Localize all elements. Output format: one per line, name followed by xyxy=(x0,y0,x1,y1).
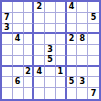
sudoku-cell-r5c5[interactable]: 3 xyxy=(45,45,56,56)
sudoku-cell-r9c1[interactable] xyxy=(2,88,13,99)
sudoku-cell-r6c4[interactable] xyxy=(34,56,45,67)
sudoku-cell-r7c3[interactable]: 2 xyxy=(24,67,35,78)
sudoku-cell-r4c8[interactable]: 8 xyxy=(77,34,88,45)
sudoku-cell-r9c7[interactable] xyxy=(67,88,78,99)
sudoku-cell-r4c7[interactable]: 2 xyxy=(67,34,78,45)
sudoku-cell-r4c5[interactable] xyxy=(45,34,56,45)
sudoku-cell-r6c2[interactable] xyxy=(13,56,24,67)
sudoku-cell-r9c6[interactable] xyxy=(56,88,67,99)
sudoku-cell-r8c1[interactable] xyxy=(2,77,13,88)
sudoku-cell-r8c3[interactable] xyxy=(24,77,35,88)
sudoku-cell-r7c5[interactable] xyxy=(45,67,56,78)
sudoku-cell-r3c3[interactable] xyxy=(24,24,35,35)
sudoku-cell-r4c2[interactable]: 4 xyxy=(13,34,24,45)
sudoku-cell-r6c9[interactable] xyxy=(88,56,99,67)
sudoku-cell-r2c2[interactable] xyxy=(13,13,24,24)
sudoku-cell-r8c2[interactable]: 6 xyxy=(13,77,24,88)
sudoku-cell-r3c6[interactable] xyxy=(56,24,67,35)
sudoku-board: 24753428352416537 xyxy=(0,0,101,101)
sudoku-cell-r6c3[interactable] xyxy=(24,56,35,67)
sudoku-cell-r7c9[interactable] xyxy=(88,67,99,78)
sudoku-cell-r1c9[interactable] xyxy=(88,2,99,13)
sudoku-cell-r4c9[interactable] xyxy=(88,34,99,45)
sudoku-cell-r1c8[interactable] xyxy=(77,2,88,13)
sudoku-cell-r7c8[interactable] xyxy=(77,67,88,78)
sudoku-cell-r4c6[interactable] xyxy=(56,34,67,45)
sudoku-cell-r3c7[interactable] xyxy=(67,24,78,35)
sudoku-cell-r9c5[interactable] xyxy=(45,88,56,99)
sudoku-cell-r2c5[interactable] xyxy=(45,13,56,24)
sudoku-cell-r5c4[interactable] xyxy=(34,45,45,56)
sudoku-cell-r5c8[interactable] xyxy=(77,45,88,56)
sudoku-cell-r6c6[interactable] xyxy=(56,56,67,67)
sudoku-cell-r2c9[interactable]: 5 xyxy=(88,13,99,24)
sudoku-cell-r6c8[interactable] xyxy=(77,56,88,67)
sudoku-cell-r3c2[interactable] xyxy=(13,24,24,35)
sudoku-cell-r1c2[interactable] xyxy=(13,2,24,13)
sudoku-cell-r3c8[interactable] xyxy=(77,24,88,35)
sudoku-cell-r7c4[interactable]: 4 xyxy=(34,67,45,78)
sudoku-cell-r8c6[interactable] xyxy=(56,77,67,88)
sudoku-cell-r6c7[interactable] xyxy=(67,56,78,67)
sudoku-cell-r8c4[interactable] xyxy=(34,77,45,88)
sudoku-cell-r5c7[interactable] xyxy=(67,45,78,56)
sudoku-cell-r3c5[interactable] xyxy=(45,24,56,35)
sudoku-cell-r2c1[interactable]: 7 xyxy=(2,13,13,24)
sudoku-cell-r7c6[interactable]: 1 xyxy=(56,67,67,78)
sudoku-cell-r4c4[interactable] xyxy=(34,34,45,45)
sudoku-cell-r1c7[interactable]: 4 xyxy=(67,2,78,13)
sudoku-cell-r8c8[interactable]: 3 xyxy=(77,77,88,88)
sudoku-cell-r2c3[interactable] xyxy=(24,13,35,24)
sudoku-cell-r5c3[interactable] xyxy=(24,45,35,56)
sudoku-cell-r1c6[interactable] xyxy=(56,2,67,13)
sudoku-cell-r2c7[interactable] xyxy=(67,13,78,24)
sudoku-cell-r1c5[interactable] xyxy=(45,2,56,13)
sudoku-cell-r5c9[interactable] xyxy=(88,45,99,56)
sudoku-cell-r5c1[interactable] xyxy=(2,45,13,56)
sudoku-cell-r5c2[interactable] xyxy=(13,45,24,56)
sudoku-cell-r7c7[interactable] xyxy=(67,67,78,78)
sudoku-cell-r4c3[interactable] xyxy=(24,34,35,45)
sudoku-cell-r9c9[interactable]: 7 xyxy=(88,88,99,99)
sudoku-cell-r3c4[interactable] xyxy=(34,24,45,35)
sudoku-cell-r2c6[interactable] xyxy=(56,13,67,24)
sudoku-cell-r9c3[interactable] xyxy=(24,88,35,99)
sudoku-cell-r9c2[interactable] xyxy=(13,88,24,99)
sudoku-cell-r2c8[interactable] xyxy=(77,13,88,24)
sudoku-cell-r3c1[interactable]: 3 xyxy=(2,24,13,35)
sudoku-cell-r4c1[interactable] xyxy=(2,34,13,45)
sudoku-cell-r8c5[interactable] xyxy=(45,77,56,88)
sudoku-cell-r7c2[interactable] xyxy=(13,67,24,78)
sudoku-cell-r8c9[interactable] xyxy=(88,77,99,88)
sudoku-cell-r7c1[interactable] xyxy=(2,67,13,78)
sudoku-cell-r1c3[interactable] xyxy=(24,2,35,13)
sudoku-cell-r6c5[interactable]: 5 xyxy=(45,56,56,67)
sudoku-cell-r5c6[interactable] xyxy=(56,45,67,56)
sudoku-cell-r1c1[interactable] xyxy=(2,2,13,13)
sudoku-cell-r8c7[interactable]: 5 xyxy=(67,77,78,88)
sudoku-cell-r1c4[interactable]: 2 xyxy=(34,2,45,13)
sudoku-cell-r2c4[interactable] xyxy=(34,13,45,24)
sudoku-cell-r3c9[interactable] xyxy=(88,24,99,35)
sudoku-cell-r9c4[interactable] xyxy=(34,88,45,99)
sudoku-cell-r6c1[interactable] xyxy=(2,56,13,67)
sudoku-cell-r9c8[interactable] xyxy=(77,88,88,99)
